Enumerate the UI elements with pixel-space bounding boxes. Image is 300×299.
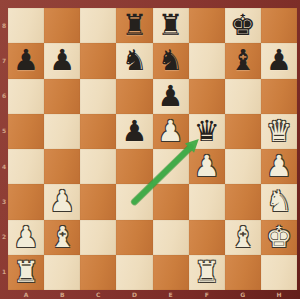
rank-label-7: 7 [0, 58, 8, 64]
black-pawn-piece: ♟ [153, 79, 189, 114]
square-d7[interactable]: ♞ [116, 43, 152, 78]
file-label-F: F [189, 291, 225, 299]
square-h1[interactable] [261, 255, 297, 290]
square-d5[interactable]: ♟ [116, 114, 152, 149]
square-f6[interactable] [189, 79, 225, 114]
square-h3[interactable]: ♞ [261, 184, 297, 219]
square-b2[interactable]: ♝ [44, 220, 80, 255]
square-b1[interactable] [44, 255, 80, 290]
square-b3[interactable]: ♟ [44, 184, 80, 219]
square-e6[interactable]: ♟ [153, 79, 189, 114]
square-f4[interactable]: ♟ [189, 149, 225, 184]
black-pawn-piece: ♟ [261, 43, 297, 78]
square-c5[interactable] [80, 114, 116, 149]
square-g1[interactable] [225, 255, 261, 290]
black-queen-piece: ♛ [189, 114, 225, 149]
white-rook-piece: ♜ [189, 255, 225, 290]
square-h2[interactable]: ♚ [261, 220, 297, 255]
black-rook-piece: ♜ [153, 8, 189, 43]
black-pawn-piece: ♟ [44, 43, 80, 78]
square-a2[interactable]: ♟ [8, 220, 44, 255]
square-h7[interactable]: ♟ [261, 43, 297, 78]
square-h8[interactable] [261, 8, 297, 43]
rank-label-1: 1 [0, 269, 8, 275]
file-label-G: G [225, 291, 261, 299]
square-a3[interactable] [8, 184, 44, 219]
rank-label-4: 4 [0, 164, 8, 170]
square-f7[interactable] [189, 43, 225, 78]
square-e4[interactable] [153, 149, 189, 184]
square-b4[interactable] [44, 149, 80, 184]
chess-board-window: ♜♜♚♟♟♞♞♝♟♟♟♟♛♛♟♟♟♞♟♝♝♚♜♜ 87654321ABCDEFG… [0, 0, 300, 299]
square-e8[interactable]: ♜ [153, 8, 189, 43]
white-pawn-piece: ♟ [189, 149, 225, 184]
square-g5[interactable] [225, 114, 261, 149]
black-king-piece: ♚ [225, 8, 261, 43]
square-b5[interactable] [44, 114, 80, 149]
square-a1[interactable]: ♜ [8, 255, 44, 290]
file-label-C: C [80, 291, 116, 299]
square-a6[interactable] [8, 79, 44, 114]
black-knight-piece: ♞ [116, 43, 152, 78]
black-rook-piece: ♜ [116, 8, 152, 43]
square-g6[interactable] [225, 79, 261, 114]
square-g7[interactable]: ♝ [225, 43, 261, 78]
square-a4[interactable] [8, 149, 44, 184]
rank-label-5: 5 [0, 128, 8, 134]
square-e2[interactable] [153, 220, 189, 255]
rank-label-2: 2 [0, 234, 8, 240]
square-b6[interactable] [44, 79, 80, 114]
square-c8[interactable] [80, 8, 116, 43]
file-label-E: E [153, 291, 189, 299]
file-label-A: A [8, 291, 44, 299]
black-pawn-piece: ♟ [8, 43, 44, 78]
square-c3[interactable] [80, 184, 116, 219]
square-a5[interactable] [8, 114, 44, 149]
white-queen-piece: ♛ [261, 114, 297, 149]
white-bishop-piece: ♝ [225, 220, 261, 255]
white-pawn-piece: ♟ [8, 220, 44, 255]
white-pawn-piece: ♟ [44, 184, 80, 219]
white-bishop-piece: ♝ [44, 220, 80, 255]
square-d4[interactable] [116, 149, 152, 184]
white-pawn-piece: ♟ [261, 149, 297, 184]
black-bishop-piece: ♝ [225, 43, 261, 78]
square-a7[interactable]: ♟ [8, 43, 44, 78]
square-d3[interactable] [116, 184, 152, 219]
square-h6[interactable] [261, 79, 297, 114]
square-d2[interactable] [116, 220, 152, 255]
white-rook-piece: ♜ [8, 255, 44, 290]
square-e7[interactable]: ♞ [153, 43, 189, 78]
file-label-D: D [116, 291, 152, 299]
square-g2[interactable]: ♝ [225, 220, 261, 255]
file-label-H: H [261, 291, 297, 299]
square-a8[interactable] [8, 8, 44, 43]
square-f3[interactable] [189, 184, 225, 219]
white-king-piece: ♚ [261, 220, 297, 255]
square-f5[interactable]: ♛ [189, 114, 225, 149]
file-label-B: B [44, 291, 80, 299]
square-e3[interactable] [153, 184, 189, 219]
square-b7[interactable]: ♟ [44, 43, 80, 78]
square-g8[interactable]: ♚ [225, 8, 261, 43]
square-e5[interactable]: ♟ [153, 114, 189, 149]
square-f2[interactable] [189, 220, 225, 255]
square-g4[interactable] [225, 149, 261, 184]
square-f8[interactable] [189, 8, 225, 43]
square-c6[interactable] [80, 79, 116, 114]
square-c2[interactable] [80, 220, 116, 255]
square-h4[interactable]: ♟ [261, 149, 297, 184]
square-f1[interactable]: ♜ [189, 255, 225, 290]
square-c1[interactable] [80, 255, 116, 290]
square-d1[interactable] [116, 255, 152, 290]
square-d8[interactable]: ♜ [116, 8, 152, 43]
square-d6[interactable] [116, 79, 152, 114]
square-e1[interactable] [153, 255, 189, 290]
chess-board: ♜♜♚♟♟♞♞♝♟♟♟♟♛♛♟♟♟♞♟♝♝♚♜♜ [8, 8, 297, 290]
white-knight-piece: ♞ [261, 184, 297, 219]
white-pawn-piece: ♟ [153, 114, 189, 149]
rank-label-6: 6 [0, 93, 8, 99]
square-g3[interactable] [225, 184, 261, 219]
black-knight-piece: ♞ [153, 43, 189, 78]
square-c7[interactable] [80, 43, 116, 78]
rank-label-3: 3 [0, 199, 8, 205]
black-pawn-piece: ♟ [116, 114, 152, 149]
rank-label-8: 8 [0, 23, 8, 29]
square-c4[interactable] [80, 149, 116, 184]
square-h5[interactable]: ♛ [261, 114, 297, 149]
square-b8[interactable] [44, 8, 80, 43]
